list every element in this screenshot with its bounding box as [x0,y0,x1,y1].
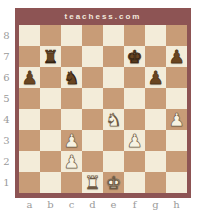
piece-white-rook-d1[interactable]: ♜ [84,172,100,193]
square-f3[interactable]: ♟ [124,130,145,151]
file-labels: abcdefgh [19,199,187,211]
chess-board: ♜♚♟♟♞♟♞♟♟♟♟♜♚ [19,25,187,193]
piece-white-pawn-h4[interactable]: ♟ [168,109,184,130]
file-label-a: a [19,199,40,211]
site-title: teachess.com [65,8,142,25]
square-a2[interactable] [19,151,40,172]
square-c1[interactable] [61,172,82,193]
piece-black-rook-b7[interactable]: ♜ [42,46,58,67]
square-g4[interactable] [145,109,166,130]
square-b8[interactable] [40,25,61,46]
square-f4[interactable] [124,109,145,130]
square-e4[interactable]: ♞ [103,109,124,130]
square-a4[interactable] [19,109,40,130]
rank-label-5: 5 [0,88,13,109]
square-b6[interactable] [40,67,61,88]
square-c6[interactable]: ♞ [61,67,82,88]
board-frame: teachess.com ♜♚♟♟♞♟♞♟♟♟♟♜♚ [15,8,191,198]
square-d6[interactable] [82,67,103,88]
square-g5[interactable] [145,88,166,109]
square-d7[interactable] [82,46,103,67]
square-c5[interactable] [61,88,82,109]
rank-labels: 87654321 [0,25,13,193]
square-h6[interactable] [166,67,187,88]
square-h4[interactable]: ♟ [166,109,187,130]
file-label-h: h [166,199,187,211]
piece-white-knight-e4[interactable]: ♞ [105,109,121,130]
square-g3[interactable] [145,130,166,151]
square-d5[interactable] [82,88,103,109]
square-a8[interactable] [19,25,40,46]
square-h5[interactable] [166,88,187,109]
piece-black-knight-c6[interactable]: ♞ [63,67,79,88]
square-h7[interactable]: ♟ [166,46,187,67]
piece-black-pawn-a6[interactable]: ♟ [21,67,37,88]
piece-white-pawn-c2[interactable]: ♟ [63,151,79,172]
square-a7[interactable] [19,46,40,67]
piece-white-king-e1[interactable]: ♚ [105,172,121,193]
square-a5[interactable] [19,88,40,109]
square-b3[interactable] [40,130,61,151]
file-label-b: b [40,199,61,211]
file-label-g: g [145,199,166,211]
rank-label-3: 3 [0,130,13,151]
square-e6[interactable] [103,67,124,88]
square-h1[interactable] [166,172,187,193]
square-g6[interactable]: ♟ [145,67,166,88]
rank-label-1: 1 [0,172,13,193]
square-a3[interactable] [19,130,40,151]
square-a6[interactable]: ♟ [19,67,40,88]
square-b5[interactable] [40,88,61,109]
square-f5[interactable] [124,88,145,109]
piece-black-king-f7[interactable]: ♚ [126,46,142,67]
piece-white-pawn-f3[interactable]: ♟ [126,130,142,151]
piece-black-pawn-g6[interactable]: ♟ [147,67,163,88]
square-g7[interactable] [145,46,166,67]
square-e2[interactable] [103,151,124,172]
piece-black-pawn-h7[interactable]: ♟ [168,46,184,67]
square-e3[interactable] [103,130,124,151]
square-b4[interactable] [40,109,61,130]
square-g1[interactable] [145,172,166,193]
square-d2[interactable] [82,151,103,172]
rank-label-2: 2 [0,151,13,172]
square-h8[interactable] [166,25,187,46]
square-c3[interactable]: ♟ [61,130,82,151]
square-e8[interactable] [103,25,124,46]
file-label-f: f [124,199,145,211]
piece-white-pawn-c3[interactable]: ♟ [63,130,79,151]
square-c8[interactable] [61,25,82,46]
square-g8[interactable] [145,25,166,46]
square-b7[interactable]: ♜ [40,46,61,67]
chess-diagram: teachess.com ♜♚♟♟♞♟♞♟♟♟♟♜♚ 87654321 abcd… [0,0,198,212]
square-f2[interactable] [124,151,145,172]
square-d8[interactable] [82,25,103,46]
square-b1[interactable] [40,172,61,193]
square-h3[interactable] [166,130,187,151]
square-c4[interactable] [61,109,82,130]
square-d1[interactable]: ♜ [82,172,103,193]
file-label-c: c [61,199,82,211]
square-h2[interactable] [166,151,187,172]
square-f1[interactable] [124,172,145,193]
square-e5[interactable] [103,88,124,109]
square-f6[interactable] [124,67,145,88]
square-c7[interactable] [61,46,82,67]
square-a1[interactable] [19,172,40,193]
site-header-bar: teachess.com [15,8,191,25]
square-c2[interactable]: ♟ [61,151,82,172]
rank-label-4: 4 [0,109,13,130]
rank-label-8: 8 [0,25,13,46]
square-g2[interactable] [145,151,166,172]
square-f7[interactable]: ♚ [124,46,145,67]
file-label-e: e [103,199,124,211]
square-d4[interactable] [82,109,103,130]
square-d3[interactable] [82,130,103,151]
square-e7[interactable] [103,46,124,67]
rank-label-6: 6 [0,67,13,88]
file-label-d: d [82,199,103,211]
square-e1[interactable]: ♚ [103,172,124,193]
rank-label-7: 7 [0,46,13,67]
square-f8[interactable] [124,25,145,46]
square-b2[interactable] [40,151,61,172]
